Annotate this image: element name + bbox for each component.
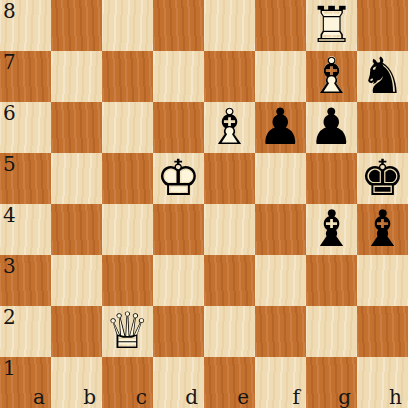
square-g6[interactable]: ♟ [306,102,357,153]
file-label-b: b [83,387,96,407]
white-bishop-outline: ♗ [204,102,255,153]
square-d1[interactable]: d [153,357,204,408]
file-label-e: e [237,387,249,407]
piece-white-rook[interactable]: ♜♖ [306,0,357,51]
square-b2[interactable] [51,306,102,357]
square-e6[interactable]: ♝♗ [204,102,255,153]
piece-white-king[interactable]: ♚♔ [153,153,204,204]
square-b1[interactable]: b [51,357,102,408]
square-h2[interactable] [357,306,408,357]
square-a2[interactable]: 2 [0,306,51,357]
square-e1[interactable]: e [204,357,255,408]
black-pawn-glyph: ♟ [306,102,357,153]
file-label-g: g [338,387,351,407]
square-e3[interactable] [204,255,255,306]
chess-board: 8♜♖7♝♗♞6♝♗♟♟5♚♔♚4♝♝32♛♕1abcdefgh [0,0,408,408]
file-label-a: a [33,387,45,407]
square-f8[interactable] [255,0,306,51]
square-b5[interactable] [51,153,102,204]
piece-white-bishop[interactable]: ♝♗ [204,102,255,153]
file-label-d: d [185,387,198,407]
file-label-f: f [293,387,300,407]
square-d7[interactable] [153,51,204,102]
square-e5[interactable] [204,153,255,204]
square-d6[interactable] [153,102,204,153]
square-f1[interactable]: f [255,357,306,408]
square-c3[interactable] [102,255,153,306]
square-h3[interactable] [357,255,408,306]
rank-label-2: 2 [3,307,16,327]
square-b3[interactable] [51,255,102,306]
file-label-c: c [136,387,147,407]
square-a6[interactable]: 6 [0,102,51,153]
rank-label-8: 8 [3,1,16,21]
square-g2[interactable] [306,306,357,357]
piece-black-pawn[interactable]: ♟ [306,102,357,153]
square-f6[interactable]: ♟ [255,102,306,153]
rank-label-7: 7 [3,52,16,72]
square-a7[interactable]: 7 [0,51,51,102]
square-f7[interactable] [255,51,306,102]
rank-label-1: 1 [3,358,16,378]
square-g7[interactable]: ♝♗ [306,51,357,102]
file-label-h: h [389,387,402,407]
square-g8[interactable]: ♜♖ [306,0,357,51]
black-bishop-glyph: ♝ [306,204,357,255]
square-e2[interactable] [204,306,255,357]
square-h7[interactable]: ♞ [357,51,408,102]
square-c8[interactable] [102,0,153,51]
piece-black-bishop[interactable]: ♝ [357,204,408,255]
square-b4[interactable] [51,204,102,255]
square-c6[interactable] [102,102,153,153]
rank-label-6: 6 [3,103,16,123]
square-c4[interactable] [102,204,153,255]
square-c7[interactable] [102,51,153,102]
square-e4[interactable] [204,204,255,255]
square-a5[interactable]: 5 [0,153,51,204]
rank-label-5: 5 [3,154,16,174]
square-b8[interactable] [51,0,102,51]
square-h6[interactable] [357,102,408,153]
piece-white-bishop[interactable]: ♝♗ [306,51,357,102]
square-f5[interactable] [255,153,306,204]
square-d4[interactable] [153,204,204,255]
square-e7[interactable] [204,51,255,102]
white-bishop-outline: ♗ [306,51,357,102]
black-pawn-glyph: ♟ [255,102,306,153]
square-h1[interactable]: h [357,357,408,408]
square-f3[interactable] [255,255,306,306]
square-a3[interactable]: 3 [0,255,51,306]
white-king-outline: ♔ [153,153,204,204]
square-d3[interactable] [153,255,204,306]
black-knight-glyph: ♞ [357,51,408,102]
square-g3[interactable] [306,255,357,306]
square-c5[interactable] [102,153,153,204]
white-rook-outline: ♖ [306,0,357,51]
black-bishop-glyph: ♝ [357,204,408,255]
square-g4[interactable]: ♝ [306,204,357,255]
piece-black-bishop[interactable]: ♝ [306,204,357,255]
black-king-glyph: ♚ [357,153,408,204]
rank-label-4: 4 [3,205,16,225]
square-e8[interactable] [204,0,255,51]
square-d5[interactable]: ♚♔ [153,153,204,204]
square-h8[interactable] [357,0,408,51]
piece-black-knight[interactable]: ♞ [357,51,408,102]
square-a4[interactable]: 4 [0,204,51,255]
square-h4[interactable]: ♝ [357,204,408,255]
square-g5[interactable] [306,153,357,204]
square-f4[interactable] [255,204,306,255]
square-a8[interactable]: 8 [0,0,51,51]
square-c1[interactable]: c [102,357,153,408]
square-a1[interactable]: 1a [0,357,51,408]
square-b6[interactable] [51,102,102,153]
square-c2[interactable]: ♛♕ [102,306,153,357]
square-g1[interactable]: g [306,357,357,408]
square-d2[interactable] [153,306,204,357]
piece-black-king[interactable]: ♚ [357,153,408,204]
piece-black-pawn[interactable]: ♟ [255,102,306,153]
piece-white-queen[interactable]: ♛♕ [102,306,153,357]
square-h5[interactable]: ♚ [357,153,408,204]
white-queen-outline: ♕ [102,306,153,357]
rank-label-3: 3 [3,256,16,276]
square-f2[interactable] [255,306,306,357]
square-d8[interactable] [153,0,204,51]
square-b7[interactable] [51,51,102,102]
